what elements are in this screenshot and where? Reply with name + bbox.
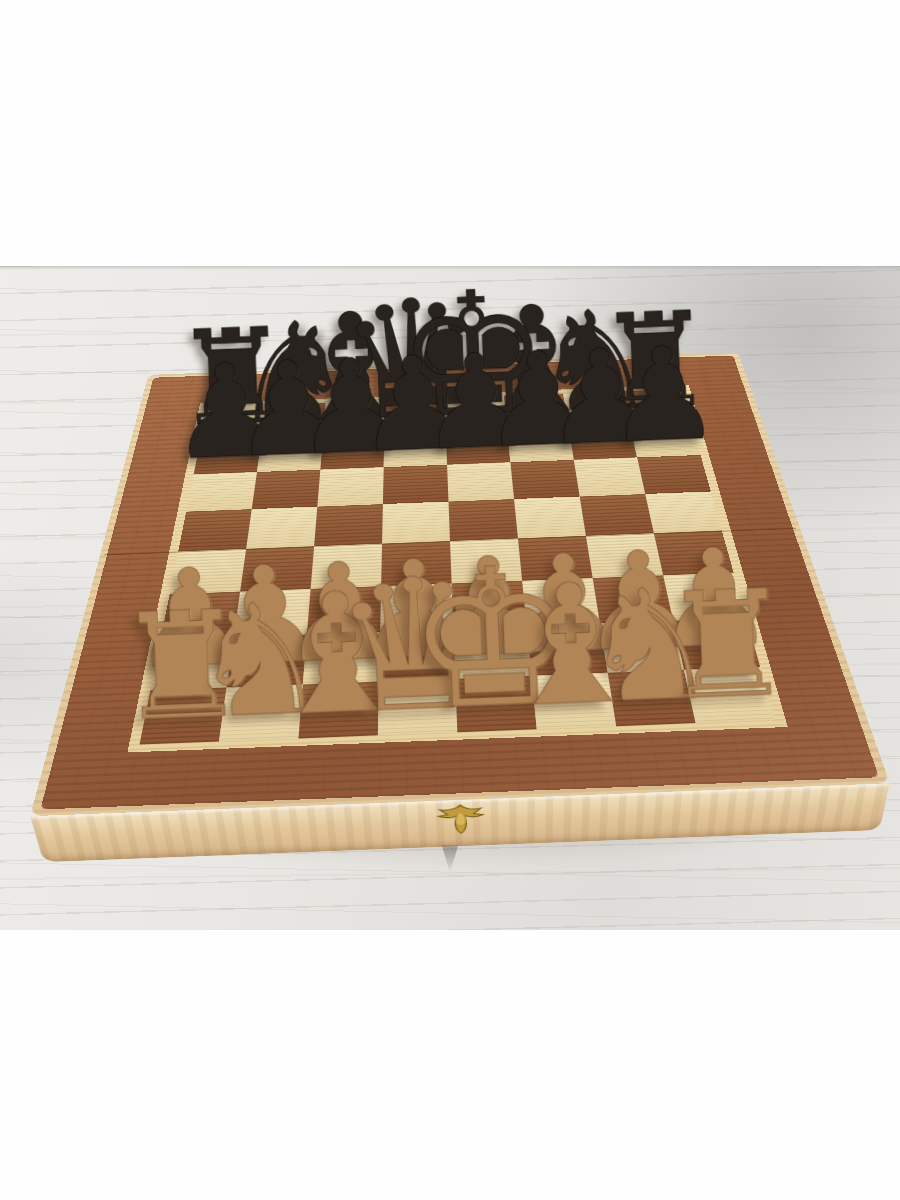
chessboard: ♜♞♝♛♚♝♞♜♟♟♟♟♟♟♟♟♟♟♟♟♟♟♟♟♜♞♝♛♚♝♞♜: [30, 352, 890, 816]
piece-black-pawn-h7[interactable]: ♟: [532, 326, 794, 465]
square-e6[interactable]: [447, 462, 514, 501]
square-h6[interactable]: [637, 455, 711, 494]
square-b6[interactable]: [252, 470, 321, 509]
square-c6[interactable]: [317, 467, 383, 506]
square-d6[interactable]: [383, 465, 449, 504]
square-a6[interactable]: [186, 472, 257, 512]
square-h1[interactable]: ♜: [684, 667, 775, 723]
chessboard-assembly: ♜♞♝♛♚♝♞♜♟♟♟♟♟♟♟♟♟♟♟♟♟♟♟♟♜♞♝♛♚♝♞♜: [87, 178, 813, 904]
board-inner-border: ♜♞♝♛♚♝♞♜♟♟♟♟♟♟♟♟♟♟♟♟♟♟♟♟♜♞♝♛♚♝♞♜: [127, 385, 787, 753]
square-g6[interactable]: [574, 457, 645, 496]
board-grid: ♜♞♝♛♚♝♞♜♟♟♟♟♟♟♟♟♟♟♟♟♟♟♟♟♜♞♝♛♚♝♞♜: [140, 389, 776, 744]
square-f6[interactable]: [510, 460, 579, 499]
brass-clasp-icon: [432, 801, 489, 841]
board-frame: ♜♞♝♛♚♝♞♜♟♟♟♟♟♟♟♟♟♟♟♟♟♟♟♟♜♞♝♛♚♝♞♜: [40, 355, 879, 809]
square-h7[interactable]: ♟: [630, 421, 701, 458]
